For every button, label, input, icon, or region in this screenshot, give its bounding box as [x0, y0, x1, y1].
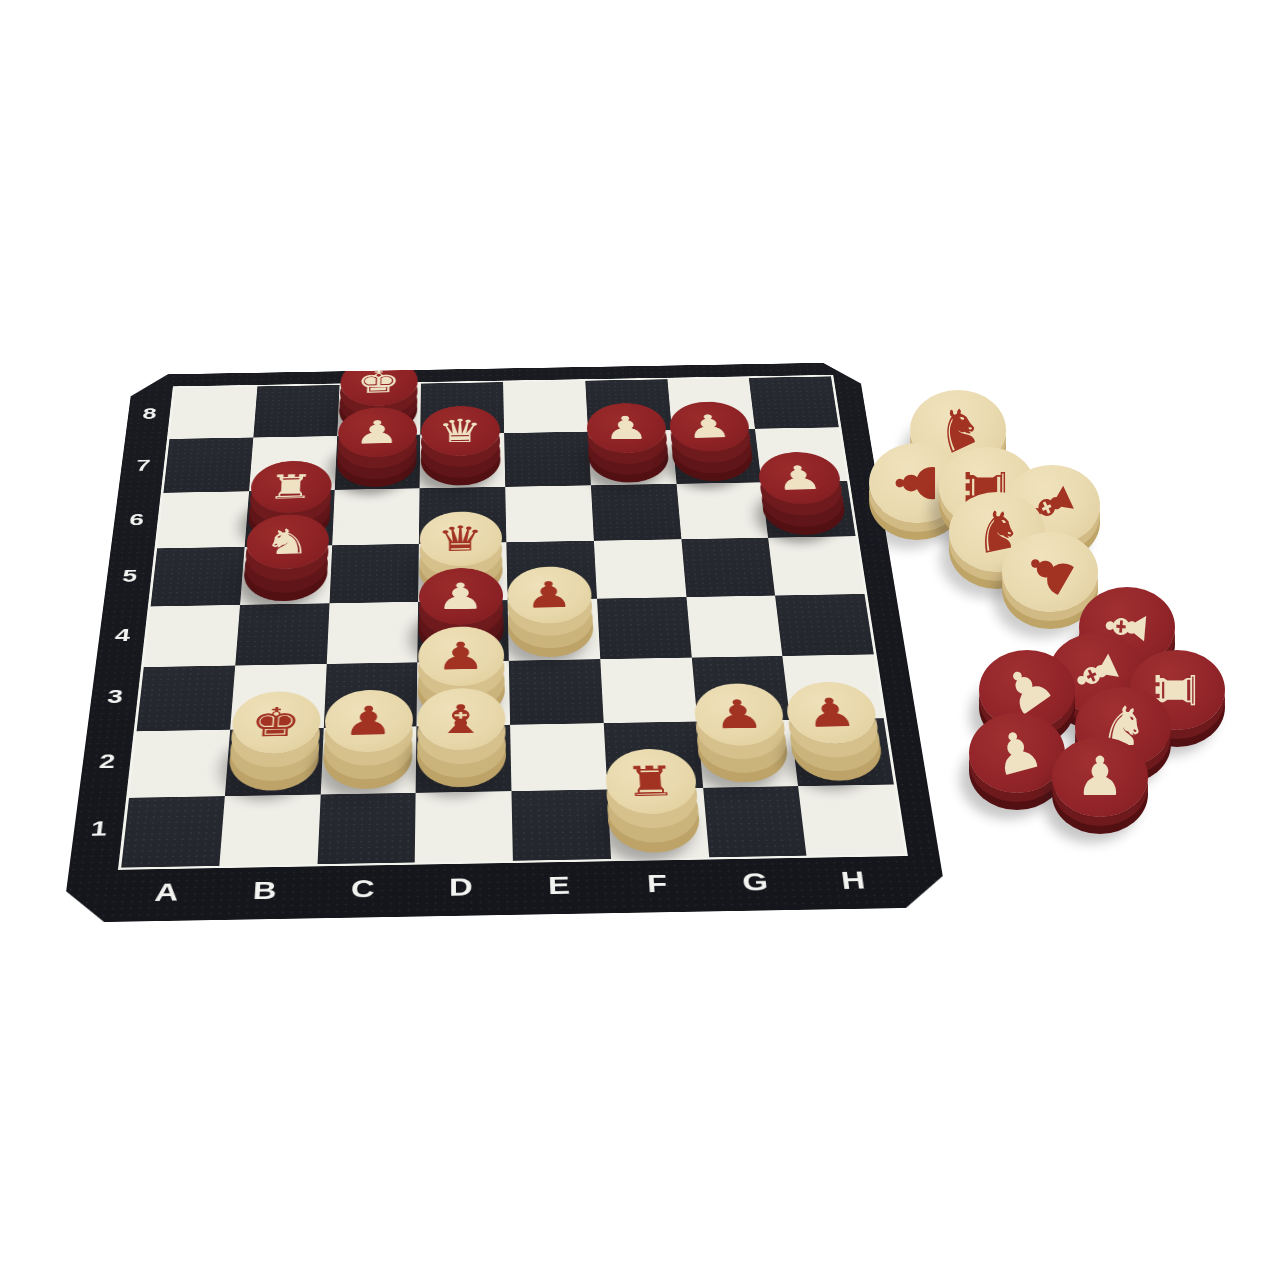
file-label-d: D [449, 873, 474, 902]
knight-icon: ♞ [263, 524, 312, 559]
rank-label-6: 6 [128, 510, 146, 530]
file-label-b: B [252, 877, 278, 906]
pawn-icon: ♟ [602, 412, 649, 445]
queen-icon: ♛ [437, 521, 484, 556]
square-c6[interactable] [332, 488, 420, 545]
square-a3[interactable] [137, 666, 235, 731]
rank-label-7: 7 [135, 456, 152, 475]
square-d1[interactable] [415, 791, 513, 862]
square-g5[interactable] [681, 538, 775, 598]
tray-piece-red-pawn[interactable]: ♟ [1052, 737, 1148, 817]
square-h4[interactable] [775, 594, 874, 656]
chess-board: 87654321ABCDEFGH♚♟♛♟♟♜♟♞♛♟♟♟♚♟♝♟♟♜ [62, 362, 948, 922]
pawn-icon: ♟ [1076, 750, 1124, 804]
square-f3[interactable] [600, 658, 697, 723]
tray-piece-white-pawn[interactable]: ♟ [1002, 532, 1098, 612]
square-e7[interactable] [504, 432, 591, 487]
rank-label-3: 3 [106, 685, 125, 707]
square-g4[interactable] [686, 596, 783, 658]
pawn-icon: ♟ [774, 461, 825, 495]
square-e2[interactable] [510, 723, 607, 791]
pawn-icon: ♟ [890, 459, 944, 507]
pawn-icon: ♟ [343, 700, 394, 740]
pawn-icon: ♟ [436, 637, 485, 676]
square-g1[interactable] [703, 786, 807, 857]
rook-icon: ♜ [267, 470, 315, 504]
square-c5[interactable] [329, 544, 419, 604]
square-a8[interactable] [169, 386, 257, 439]
file-label-c: C [351, 875, 376, 904]
square-a4[interactable] [144, 605, 240, 667]
file-label-g: G [741, 868, 770, 897]
file-label-f: F [646, 870, 669, 898]
pawn-icon: ♟ [354, 416, 400, 449]
bishop-icon: ♝ [436, 699, 487, 739]
square-c1[interactable] [317, 793, 416, 865]
tray-piece-red-pawn[interactable]: ♟ [969, 713, 1065, 793]
board-grid [118, 375, 908, 870]
square-b4[interactable] [235, 603, 329, 665]
square-b1[interactable] [219, 794, 320, 866]
square-e8[interactable] [503, 381, 588, 434]
pawn-icon: ♟ [711, 694, 765, 734]
square-a2[interactable] [129, 729, 230, 797]
square-a1[interactable] [121, 796, 224, 868]
rook-icon: ♜ [623, 760, 677, 802]
file-label-h: H [839, 866, 867, 895]
queen-icon: ♛ [437, 415, 482, 448]
square-e6[interactable] [505, 485, 593, 542]
square-h8[interactable] [749, 376, 839, 428]
square-b8[interactable] [253, 385, 339, 438]
rank-label-5: 5 [121, 566, 139, 586]
square-e3[interactable] [509, 659, 604, 724]
rank-label-8: 8 [142, 404, 159, 422]
file-label-a: A [154, 878, 181, 907]
king-icon: ♚ [249, 702, 302, 742]
square-c4[interactable] [326, 602, 418, 664]
square-g6[interactable] [676, 482, 768, 539]
square-h5[interactable] [768, 536, 864, 595]
pawn-icon: ♟ [436, 578, 484, 615]
square-a5[interactable] [151, 547, 245, 607]
pawn-icon: ♟ [987, 721, 1048, 786]
square-h1[interactable] [798, 784, 904, 855]
scene: 87654321ABCDEFGH♚♟♛♟♟♜♟♞♛♟♟♟♚♟♝♟♟♜ ♞♟♜♝♞… [0, 0, 1280, 1280]
rank-label-2: 2 [98, 749, 118, 772]
square-f4[interactable] [597, 597, 692, 659]
square-a6[interactable] [157, 491, 249, 548]
pawn-icon: ♟ [685, 410, 733, 443]
square-a7[interactable] [163, 438, 253, 493]
file-label-e: E [548, 871, 572, 900]
square-e1[interactable] [511, 789, 610, 860]
rank-label-4: 4 [114, 624, 133, 645]
square-f6[interactable] [591, 484, 681, 541]
pawn-icon: ♟ [1015, 538, 1086, 607]
square-f5[interactable] [594, 539, 686, 599]
rank-label-1: 1 [89, 816, 109, 840]
king-icon: ♚ [356, 366, 401, 397]
pawn-icon: ♟ [524, 576, 573, 613]
pawn-icon: ♟ [803, 692, 859, 732]
